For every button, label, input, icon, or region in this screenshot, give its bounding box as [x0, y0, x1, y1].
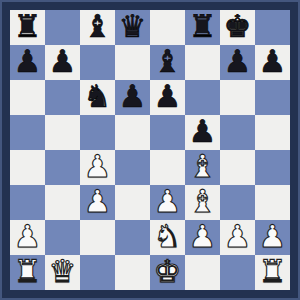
piece-white-king[interactable]: ♚	[154, 255, 182, 289]
piece-black-pawn[interactable]: ♟	[154, 80, 182, 114]
square-g4[interactable]	[220, 150, 255, 185]
piece-white-pawn[interactable]: ♟	[189, 220, 217, 254]
piece-black-bishop[interactable]: ♝	[154, 45, 182, 79]
square-c4[interactable]: ♟	[80, 150, 115, 185]
piece-black-rook[interactable]: ♜	[189, 10, 217, 44]
square-h4[interactable]	[255, 150, 290, 185]
square-f3[interactable]: ♝	[185, 185, 220, 220]
square-b5[interactable]	[45, 115, 80, 150]
square-e1[interactable]: ♚	[150, 255, 185, 290]
piece-white-queen[interactable]: ♛	[49, 255, 77, 289]
board-frame: ♜♝♛♜♚♟♟♝♟♟♞♟♟♟♟♝♟♟♝♟♞♟♟♟♜♛♚♜	[0, 0, 300, 300]
square-f8[interactable]: ♜	[185, 10, 220, 45]
piece-black-rook[interactable]: ♜	[14, 10, 42, 44]
square-c2[interactable]	[80, 220, 115, 255]
piece-white-pawn[interactable]: ♟	[154, 185, 182, 219]
piece-white-rook[interactable]: ♜	[259, 255, 287, 289]
square-f1[interactable]	[185, 255, 220, 290]
square-e3[interactable]: ♟	[150, 185, 185, 220]
square-c3[interactable]: ♟	[80, 185, 115, 220]
square-h5[interactable]	[255, 115, 290, 150]
square-e5[interactable]	[150, 115, 185, 150]
square-g7[interactable]: ♟	[220, 45, 255, 80]
piece-black-pawn[interactable]: ♟	[259, 45, 287, 79]
piece-black-knight[interactable]: ♞	[84, 80, 112, 114]
square-c8[interactable]: ♝	[80, 10, 115, 45]
square-f7[interactable]	[185, 45, 220, 80]
piece-white-knight[interactable]: ♞	[154, 220, 182, 254]
piece-white-pawn[interactable]: ♟	[224, 220, 252, 254]
square-d7[interactable]	[115, 45, 150, 80]
square-g1[interactable]	[220, 255, 255, 290]
square-e4[interactable]	[150, 150, 185, 185]
piece-white-pawn[interactable]: ♟	[259, 220, 287, 254]
piece-white-pawn[interactable]: ♟	[84, 185, 112, 219]
square-b1[interactable]: ♛	[45, 255, 80, 290]
square-c6[interactable]: ♞	[80, 80, 115, 115]
square-d1[interactable]	[115, 255, 150, 290]
square-b3[interactable]	[45, 185, 80, 220]
square-a1[interactable]: ♜	[10, 255, 45, 290]
square-b8[interactable]	[45, 10, 80, 45]
square-e8[interactable]	[150, 10, 185, 45]
square-a8[interactable]: ♜	[10, 10, 45, 45]
square-g5[interactable]	[220, 115, 255, 150]
square-c5[interactable]	[80, 115, 115, 150]
piece-white-pawn[interactable]: ♟	[84, 150, 112, 184]
square-a2[interactable]: ♟	[10, 220, 45, 255]
square-e2[interactable]: ♞	[150, 220, 185, 255]
square-h3[interactable]	[255, 185, 290, 220]
square-g6[interactable]	[220, 80, 255, 115]
square-e6[interactable]: ♟	[150, 80, 185, 115]
square-f5[interactable]: ♟	[185, 115, 220, 150]
piece-white-rook[interactable]: ♜	[14, 255, 42, 289]
square-h8[interactable]	[255, 10, 290, 45]
square-e7[interactable]: ♝	[150, 45, 185, 80]
piece-white-bishop[interactable]: ♝	[189, 150, 217, 184]
piece-black-queen[interactable]: ♛	[119, 10, 147, 44]
square-a7[interactable]: ♟	[10, 45, 45, 80]
square-d2[interactable]	[115, 220, 150, 255]
square-c7[interactable]	[80, 45, 115, 80]
square-a5[interactable]	[10, 115, 45, 150]
piece-black-pawn[interactable]: ♟	[119, 80, 147, 114]
square-f2[interactable]: ♟	[185, 220, 220, 255]
square-g8[interactable]: ♚	[220, 10, 255, 45]
square-c1[interactable]	[80, 255, 115, 290]
square-a6[interactable]	[10, 80, 45, 115]
square-d3[interactable]	[115, 185, 150, 220]
piece-black-bishop[interactable]: ♝	[84, 10, 112, 44]
square-h6[interactable]	[255, 80, 290, 115]
square-f6[interactable]	[185, 80, 220, 115]
piece-white-bishop[interactable]: ♝	[189, 185, 217, 219]
square-d8[interactable]: ♛	[115, 10, 150, 45]
square-h2[interactable]: ♟	[255, 220, 290, 255]
square-g2[interactable]: ♟	[220, 220, 255, 255]
square-a3[interactable]	[10, 185, 45, 220]
piece-black-pawn[interactable]: ♟	[14, 45, 42, 79]
square-d4[interactable]	[115, 150, 150, 185]
square-b6[interactable]	[45, 80, 80, 115]
square-h1[interactable]: ♜	[255, 255, 290, 290]
piece-white-pawn[interactable]: ♟	[14, 220, 42, 254]
square-g3[interactable]	[220, 185, 255, 220]
square-h7[interactable]: ♟	[255, 45, 290, 80]
square-d6[interactable]: ♟	[115, 80, 150, 115]
square-f4[interactable]: ♝	[185, 150, 220, 185]
square-b7[interactable]: ♟	[45, 45, 80, 80]
square-b2[interactable]	[45, 220, 80, 255]
piece-black-king[interactable]: ♚	[224, 10, 252, 44]
piece-black-pawn[interactable]: ♟	[224, 45, 252, 79]
chess-board[interactable]: ♜♝♛♜♚♟♟♝♟♟♞♟♟♟♟♝♟♟♝♟♞♟♟♟♜♛♚♜	[10, 10, 290, 290]
square-b4[interactable]	[45, 150, 80, 185]
square-d5[interactable]	[115, 115, 150, 150]
square-a4[interactable]	[10, 150, 45, 185]
piece-black-pawn[interactable]: ♟	[189, 115, 217, 149]
piece-black-pawn[interactable]: ♟	[49, 45, 77, 79]
